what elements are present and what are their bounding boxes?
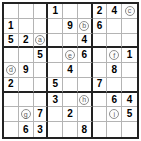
given-digit: 1 — [52, 6, 58, 16]
cell-r7c9: 4 — [122, 93, 137, 108]
cell-r5c5: 4 — [63, 63, 78, 78]
cell-r5c4 — [48, 63, 63, 78]
cell-r6c8 — [107, 78, 122, 93]
given-digit: 6 — [112, 95, 118, 105]
given-digit: 1 — [8, 21, 14, 31]
cell-r3c5 — [63, 34, 78, 49]
cell-r2c8 — [107, 19, 122, 34]
cell-r4c8: f — [107, 48, 122, 63]
cell-r8c5: 2 — [63, 107, 78, 122]
cell-r6c4: 5 — [48, 78, 63, 93]
cell-r5c2: 9 — [19, 63, 34, 78]
cell-r7c2 — [19, 93, 34, 108]
cell-r7c6: h — [78, 93, 93, 108]
cell-r2c6: b — [78, 19, 93, 34]
cell-r3c1: 5 — [4, 34, 19, 49]
cell-r4c7 — [93, 48, 108, 63]
cell-r1c9: c — [122, 4, 137, 19]
circled-letter-b: b — [79, 21, 89, 31]
cell-r7c8: 6 — [107, 93, 122, 108]
given-digit: 4 — [127, 95, 133, 105]
cell-r8c8: i — [107, 107, 122, 122]
cell-r1c3 — [34, 4, 49, 19]
given-digit: 9 — [23, 65, 29, 75]
cell-r7c7 — [93, 93, 108, 108]
circled-letter-e: e — [65, 50, 75, 60]
cell-r2c1: 1 — [4, 19, 19, 34]
given-digit: 2 — [97, 6, 103, 16]
given-digit: 5 — [52, 79, 58, 89]
given-digit: 3 — [37, 125, 43, 135]
cell-r9c4 — [48, 122, 63, 137]
given-digit: 5 — [8, 35, 14, 45]
cell-r7c5 — [63, 93, 78, 108]
cell-r4c6: 6 — [78, 48, 93, 63]
cell-r4c4 — [48, 48, 63, 63]
circled-letter-f: f — [109, 50, 119, 60]
circled-letter-h: h — [79, 95, 89, 105]
given-digit: 1 — [127, 50, 133, 60]
cell-r9c5 — [63, 122, 78, 137]
given-digit: 2 — [67, 109, 73, 119]
given-digit: 4 — [112, 6, 118, 16]
sudoku-board: 1 2 4 c 1 9 b 6 5 2 a 4 5 e 6 f 1 d 9 4 … — [2, 2, 139, 139]
cell-r9c7 — [93, 122, 108, 137]
cell-r8c7 — [93, 107, 108, 122]
cell-r9c2: 6 — [19, 122, 34, 137]
given-digit: 8 — [81, 125, 87, 135]
cell-r5c3 — [34, 63, 49, 78]
cell-r5c1: d — [4, 63, 19, 78]
circled-letter-i: i — [109, 109, 119, 119]
cell-r3c7 — [93, 34, 108, 49]
cell-r6c9 — [122, 78, 137, 93]
cell-r6c2 — [19, 78, 34, 93]
circled-letter-g: g — [21, 109, 31, 119]
cell-r2c2 — [19, 19, 34, 34]
cell-r1c8: 4 — [107, 4, 122, 19]
cell-r6c1: 2 — [4, 78, 19, 93]
given-digit: 3 — [52, 95, 58, 105]
cell-r4c3: 5 — [34, 48, 49, 63]
cell-r9c9 — [122, 122, 137, 137]
cell-r4c2 — [19, 48, 34, 63]
given-digit: 2 — [8, 79, 14, 89]
cell-r5c6 — [78, 63, 93, 78]
cell-r1c7: 2 — [93, 4, 108, 19]
given-digit: 6 — [81, 50, 87, 60]
given-digit: 7 — [97, 79, 103, 89]
cell-r1c1 — [4, 4, 19, 19]
cell-r8c6 — [78, 107, 93, 122]
given-digit: 4 — [67, 65, 73, 75]
cell-r9c6: 8 — [78, 122, 93, 137]
cell-r4c1 — [4, 48, 19, 63]
cell-r8c9: 5 — [122, 107, 137, 122]
given-digit: 9 — [67, 21, 73, 31]
cell-r4c9: 1 — [122, 48, 137, 63]
cell-r3c8 — [107, 34, 122, 49]
cell-r2c4 — [48, 19, 63, 34]
circled-letter-d: d — [6, 65, 16, 75]
cell-r3c2: 2 — [19, 34, 34, 49]
cell-r2c3 — [34, 19, 49, 34]
cell-r8c2: g — [19, 107, 34, 122]
cell-r6c6 — [78, 78, 93, 93]
given-digit: 4 — [81, 35, 87, 45]
cell-r8c1 — [4, 107, 19, 122]
circled-letter-a: a — [35, 35, 45, 45]
cell-r9c1 — [4, 122, 19, 137]
circled-letter-c: c — [125, 6, 135, 16]
cell-r2c9 — [122, 19, 137, 34]
given-digit: 5 — [127, 109, 133, 119]
cell-r5c9 — [122, 63, 137, 78]
given-digit: 6 — [97, 21, 103, 31]
cell-r1c5 — [63, 4, 78, 19]
cell-r8c3: 7 — [34, 107, 49, 122]
given-digit: 6 — [23, 125, 29, 135]
cell-r2c5: 9 — [63, 19, 78, 34]
cell-r9c3: 3 — [34, 122, 49, 137]
cell-r5c8: 8 — [107, 63, 122, 78]
cell-r4c5: e — [63, 48, 78, 63]
cell-r1c4: 1 — [48, 4, 63, 19]
cell-r7c3 — [34, 93, 49, 108]
cell-r6c7: 7 — [93, 78, 108, 93]
cell-r5c7 — [93, 63, 108, 78]
cell-r7c4: 3 — [48, 93, 63, 108]
cell-r6c5 — [63, 78, 78, 93]
given-digit: 2 — [23, 35, 29, 45]
cell-r6c3 — [34, 78, 49, 93]
cell-r8c4 — [48, 107, 63, 122]
given-digit: 8 — [112, 65, 118, 75]
cell-r9c8 — [107, 122, 122, 137]
given-digit: 5 — [37, 50, 43, 60]
cell-r3c4 — [48, 34, 63, 49]
cell-r1c6 — [78, 4, 93, 19]
cell-r7c1 — [4, 93, 19, 108]
cell-r3c6: 4 — [78, 34, 93, 49]
cell-r3c3: a — [34, 34, 49, 49]
cell-r2c7: 6 — [93, 19, 108, 34]
cell-r1c2 — [19, 4, 34, 19]
cell-r3c9 — [122, 34, 137, 49]
given-digit: 7 — [37, 109, 43, 119]
